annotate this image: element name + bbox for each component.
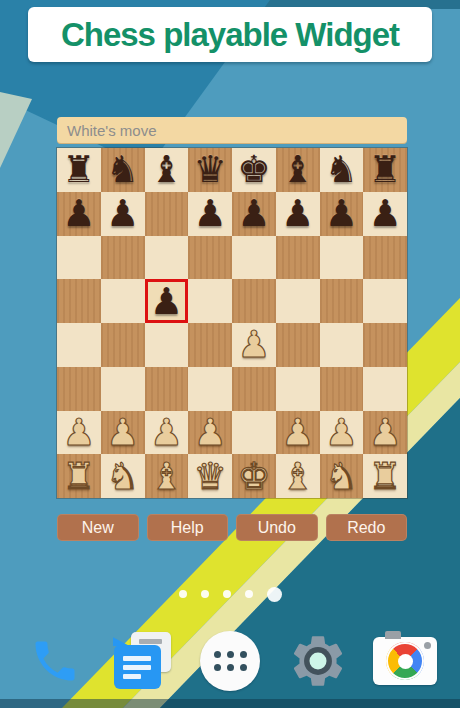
- square-c6[interactable]: [145, 236, 189, 280]
- help-button[interactable]: Help: [147, 514, 229, 541]
- piece-black-rook: ♜: [62, 151, 95, 188]
- square-e1[interactable]: ♚: [232, 454, 276, 498]
- square-h1[interactable]: ♜: [363, 454, 407, 498]
- square-d8[interactable]: ♛: [188, 148, 232, 192]
- square-e7[interactable]: ♟: [232, 192, 276, 236]
- square-a4[interactable]: [57, 323, 101, 367]
- settings-app[interactable]: [285, 630, 351, 692]
- piece-white-pawn: ♟: [194, 414, 227, 451]
- piece-black-pawn: ♟: [237, 195, 270, 232]
- piece-white-pawn: ♟: [281, 414, 314, 451]
- piece-black-rook: ♜: [369, 151, 402, 188]
- square-f6[interactable]: [276, 236, 320, 280]
- piece-black-pawn: ♟: [325, 195, 358, 232]
- square-g8[interactable]: ♞: [320, 148, 364, 192]
- widget-button-row: New Help Undo Redo: [57, 514, 407, 541]
- square-c5[interactable]: ♟: [145, 279, 189, 323]
- messages-icon: [114, 631, 172, 691]
- square-c8[interactable]: ♝: [145, 148, 189, 192]
- square-e3[interactable]: [232, 367, 276, 411]
- square-e2[interactable]: [232, 411, 276, 455]
- square-f8[interactable]: ♝: [276, 148, 320, 192]
- piece-white-pawn: ♟: [369, 414, 402, 451]
- square-g1[interactable]: ♞: [320, 454, 364, 498]
- square-d2[interactable]: ♟: [188, 411, 232, 455]
- piece-white-bishop: ♝: [150, 458, 183, 495]
- square-g3[interactable]: [320, 367, 364, 411]
- square-b1[interactable]: ♞: [101, 454, 145, 498]
- square-e6[interactable]: [232, 236, 276, 280]
- piece-black-pawn: ♟: [369, 195, 402, 232]
- piece-white-pawn: ♟: [325, 414, 358, 451]
- square-d3[interactable]: [188, 367, 232, 411]
- square-g4[interactable]: [320, 323, 364, 367]
- piece-white-rook: ♜: [369, 458, 402, 495]
- piece-white-knight: ♞: [106, 458, 139, 495]
- square-b2[interactable]: ♟: [101, 411, 145, 455]
- square-a5[interactable]: [57, 279, 101, 323]
- square-f1[interactable]: ♝: [276, 454, 320, 498]
- wallpaper-bottom-shade: [0, 699, 460, 708]
- app-drawer-icon: [200, 631, 260, 691]
- square-b7[interactable]: ♟: [101, 192, 145, 236]
- piece-white-king: ♚: [237, 458, 270, 495]
- square-g2[interactable]: ♟: [320, 411, 364, 455]
- piece-black-knight: ♞: [325, 151, 358, 188]
- square-e4[interactable]: ♟: [232, 323, 276, 367]
- square-g6[interactable]: [320, 236, 364, 280]
- piece-white-pawn: ♟: [150, 414, 183, 451]
- square-h3[interactable]: [363, 367, 407, 411]
- square-f7[interactable]: ♟: [276, 192, 320, 236]
- square-d1[interactable]: ♛: [188, 454, 232, 498]
- phone-app[interactable]: [22, 635, 88, 687]
- piece-white-pawn: ♟: [237, 326, 270, 363]
- piece-black-king: ♚: [237, 151, 270, 188]
- phone-icon: [29, 635, 81, 687]
- square-d7[interactable]: ♟: [188, 192, 232, 236]
- square-a6[interactable]: [57, 236, 101, 280]
- redo-button[interactable]: Redo: [326, 514, 408, 541]
- camera-app[interactable]: [372, 637, 438, 685]
- square-h2[interactable]: ♟: [363, 411, 407, 455]
- piece-white-pawn: ♟: [106, 414, 139, 451]
- piece-black-bishop: ♝: [150, 151, 183, 188]
- page-dot: [201, 590, 209, 598]
- chess-board[interactable]: ♜♞♝♛♚♝♞♜♟♟♟♟♟♟♟♟♟♟♟♟♟♟♟♟♜♞♝♛♚♝♞♜: [57, 148, 407, 498]
- square-b8[interactable]: ♞: [101, 148, 145, 192]
- piece-black-pawn: ♟: [106, 195, 139, 232]
- turn-status-text: White's move: [67, 122, 157, 139]
- piece-black-bishop: ♝: [281, 151, 314, 188]
- square-b4[interactable]: [101, 323, 145, 367]
- piece-black-pawn: ♟: [150, 283, 183, 320]
- square-b5[interactable]: [101, 279, 145, 323]
- camera-lens: [386, 642, 424, 680]
- square-c3[interactable]: [145, 367, 189, 411]
- square-a3[interactable]: [57, 367, 101, 411]
- square-f5[interactable]: [276, 279, 320, 323]
- square-c7[interactable]: [145, 192, 189, 236]
- title-card: Chess playable Widget: [28, 7, 432, 62]
- square-e8[interactable]: ♚: [232, 148, 276, 192]
- square-d4[interactable]: [188, 323, 232, 367]
- gear-icon: [287, 630, 349, 692]
- square-b3[interactable]: [101, 367, 145, 411]
- square-f2[interactable]: ♟: [276, 411, 320, 455]
- square-c2[interactable]: ♟: [145, 411, 189, 455]
- square-h7[interactable]: ♟: [363, 192, 407, 236]
- message-bubble-tail: [113, 637, 130, 646]
- camera-icon: [373, 637, 437, 685]
- piece-black-pawn: ♟: [62, 195, 95, 232]
- piece-white-bishop: ♝: [281, 458, 314, 495]
- message-bubble-front: [114, 645, 161, 689]
- square-d6[interactable]: [188, 236, 232, 280]
- piece-black-pawn: ♟: [281, 195, 314, 232]
- turn-status-bar: White's move: [57, 117, 407, 144]
- page-title: Chess playable Widget: [61, 16, 399, 54]
- square-f4[interactable]: [276, 323, 320, 367]
- square-g7[interactable]: ♟: [320, 192, 364, 236]
- square-a1[interactable]: ♜: [57, 454, 101, 498]
- square-d5[interactable]: [188, 279, 232, 323]
- piece-black-queen: ♛: [194, 151, 227, 188]
- piece-white-pawn: ♟: [62, 414, 95, 451]
- square-h8[interactable]: ♜: [363, 148, 407, 192]
- page-dot: [223, 590, 231, 598]
- android-home-screen: Chess playable Widget White's move ♜♞♝♛♚…: [0, 0, 460, 708]
- undo-button[interactable]: Undo: [236, 514, 318, 541]
- square-h5[interactable]: [363, 279, 407, 323]
- piece-black-knight: ♞: [106, 151, 139, 188]
- square-f3[interactable]: [276, 367, 320, 411]
- square-h6[interactable]: [363, 236, 407, 280]
- new-button[interactable]: New: [57, 514, 139, 541]
- page-indicator: [0, 586, 460, 602]
- square-b6[interactable]: [101, 236, 145, 280]
- messages-app[interactable]: [110, 631, 176, 691]
- square-g5[interactable]: [320, 279, 364, 323]
- square-a2[interactable]: ♟: [57, 411, 101, 455]
- square-a7[interactable]: ♟: [57, 192, 101, 236]
- square-c4[interactable]: [145, 323, 189, 367]
- page-dot: [179, 590, 187, 598]
- square-a8[interactable]: ♜: [57, 148, 101, 192]
- dock: [22, 622, 438, 700]
- square-h4[interactable]: [363, 323, 407, 367]
- app-drawer-button[interactable]: [197, 631, 263, 691]
- page-dot-active: [267, 587, 282, 602]
- square-e5[interactable]: [232, 279, 276, 323]
- piece-white-queen: ♛: [194, 458, 227, 495]
- square-c1[interactable]: ♝: [145, 454, 189, 498]
- piece-black-pawn: ♟: [194, 195, 227, 232]
- piece-white-rook: ♜: [62, 458, 95, 495]
- page-dot: [245, 590, 253, 598]
- piece-white-knight: ♞: [325, 458, 358, 495]
